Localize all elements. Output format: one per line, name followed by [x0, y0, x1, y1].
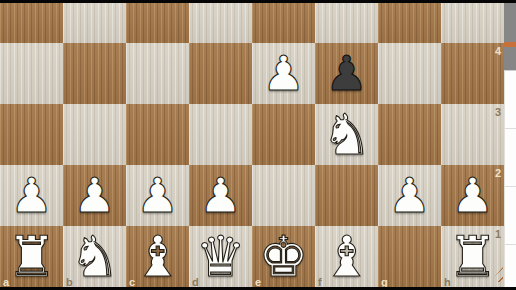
white-pawn[interactable]: ♟	[10, 165, 53, 226]
white-knight[interactable]: ♞	[69, 226, 119, 287]
scroll-accent-mark	[504, 42, 516, 47]
black-pawn[interactable]: ♟	[325, 43, 368, 104]
square-e4[interactable]: ♟	[252, 43, 315, 104]
square-c1[interactable]: c♝	[126, 226, 189, 287]
move-list-row-divider	[505, 244, 516, 245]
square-a2[interactable]: ♟	[0, 165, 63, 226]
square-f3[interactable]: ♞	[315, 104, 378, 165]
white-knight[interactable]: ♞	[321, 104, 371, 165]
move-list-row-divider	[505, 186, 516, 187]
square-f5[interactable]	[315, 3, 378, 43]
white-pawn[interactable]: ♟	[388, 165, 431, 226]
square-c4[interactable]	[126, 43, 189, 104]
square-c3[interactable]	[126, 104, 189, 165]
white-pawn[interactable]: ♟	[262, 43, 305, 104]
video-frame: ♟♟4♞3♟♟♟♟♟2♟a♜b♞c♝d♛e♚f♝g1h♜	[0, 0, 516, 290]
square-a3[interactable]	[0, 104, 63, 165]
white-pawn[interactable]: ♟	[136, 165, 179, 226]
white-pawn[interactable]: ♟	[199, 165, 242, 226]
square-a5[interactable]	[0, 3, 63, 43]
rank-label-3: 3	[495, 107, 501, 118]
white-bishop[interactable]: ♝	[132, 226, 182, 287]
square-g5[interactable]	[378, 3, 441, 43]
white-rook[interactable]: ♜	[6, 226, 56, 287]
square-h5[interactable]	[441, 3, 504, 43]
square-e3[interactable]	[252, 104, 315, 165]
white-bishop[interactable]: ♝	[321, 226, 371, 287]
square-e5[interactable]	[252, 3, 315, 43]
square-g4[interactable]	[378, 43, 441, 104]
square-a1[interactable]: a♜	[0, 226, 63, 287]
square-f4[interactable]: ♟	[315, 43, 378, 104]
square-h4[interactable]: 4	[441, 43, 504, 104]
white-queen[interactable]: ♛	[195, 226, 245, 287]
move-list-row-divider	[505, 128, 516, 129]
square-h3[interactable]: 3	[441, 104, 504, 165]
square-c2[interactable]: ♟	[126, 165, 189, 226]
square-b2[interactable]: ♟	[63, 165, 126, 226]
rank-label-4: 4	[495, 46, 501, 57]
white-pawn[interactable]: ♟	[73, 165, 116, 226]
square-d1[interactable]: d♛	[189, 226, 252, 287]
white-pawn[interactable]: ♟	[451, 165, 494, 226]
side-panel	[504, 3, 516, 287]
square-c5[interactable]	[126, 3, 189, 43]
square-g3[interactable]	[378, 104, 441, 165]
move-list-edge	[504, 70, 516, 287]
white-king[interactable]: ♚	[258, 226, 308, 287]
letterbox-top	[0, 0, 516, 3]
square-e2[interactable]	[252, 165, 315, 226]
square-h2[interactable]: 2♟	[441, 165, 504, 226]
square-a4[interactable]	[0, 43, 63, 104]
side-scrollbar-track[interactable]	[504, 3, 516, 70]
square-f1[interactable]: f♝	[315, 226, 378, 287]
square-d3[interactable]	[189, 104, 252, 165]
square-f2[interactable]	[315, 165, 378, 226]
rank-label-1: 1	[495, 229, 501, 240]
square-d4[interactable]	[189, 43, 252, 104]
chess-board[interactable]: ♟♟4♞3♟♟♟♟♟2♟a♜b♞c♝d♛e♚f♝g1h♜	[0, 3, 504, 287]
square-b4[interactable]	[63, 43, 126, 104]
square-b3[interactable]	[63, 104, 126, 165]
square-d2[interactable]: ♟	[189, 165, 252, 226]
square-b5[interactable]	[63, 3, 126, 43]
square-d5[interactable]	[189, 3, 252, 43]
square-b1[interactable]: b♞	[63, 226, 126, 287]
rank-label-2: 2	[495, 168, 501, 179]
square-e1[interactable]: e♚	[252, 226, 315, 287]
square-g2[interactable]: ♟	[378, 165, 441, 226]
white-rook[interactable]: ♜	[447, 226, 497, 287]
square-g1[interactable]: g	[378, 226, 441, 287]
